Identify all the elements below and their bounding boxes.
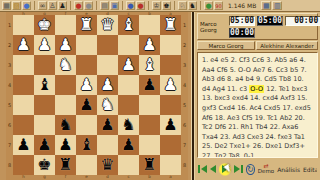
square-f2[interactable]: ♟ [55,35,76,55]
glasses-icon[interactable]: ∞ [38,1,47,10]
piece-white-pawn[interactable]: ♟ [97,75,118,95]
file-labels-bottom: hgfedcba [6,175,188,180]
piece-white-rook[interactable]: ♜ [160,15,181,35]
square-b2[interactable]: ♟ [139,35,160,55]
current-move-highlight[interactable]: O-O [249,85,264,93]
demo-label: Demo [258,169,274,175]
globe-icon[interactable]: ● [22,1,31,10]
back-button[interactable] [210,165,216,173]
coordinate-label: h [13,175,34,180]
coordinate-label: 5 [181,95,188,115]
coordinate-label: e [76,175,97,180]
square-a5[interactable] [160,95,181,115]
piece-black-pawn[interactable]: ♟ [139,75,160,95]
piece-black-king[interactable]: ♚ [34,155,55,175]
square-g8[interactable]: ♚ [34,155,55,175]
white-player-bar[interactable]: Marco Georg [197,41,255,50]
square-a2[interactable] [160,35,181,55]
square-d1[interactable]: ♛ [97,15,118,35]
clock-90-icon[interactable]: 90 [214,1,223,10]
toolbar-icons: ▦▨●∞♙♟●●▤▣●●♔♚♘♞●90 [2,1,223,10]
green-ball-icon[interactable]: ● [204,1,213,10]
toolbar-separator [174,1,175,10]
square-f5[interactable] [55,95,76,115]
piece-black-pawn[interactable]: ♟ [97,115,118,135]
piece-white-bishop[interactable]: ♝ [139,55,160,75]
square-e2[interactable] [76,35,97,55]
coordinate-label: 4 [6,75,13,95]
toolbar-separator [200,1,201,10]
piece-white-pawn[interactable]: ♟ [13,35,34,55]
arrange-windows-icon[interactable]: ▥ [272,1,282,10]
square-h3[interactable] [13,55,34,75]
piece-black-pawn[interactable]: ♟ [118,135,139,155]
coordinate-label: b [139,175,160,180]
piece-white-rook[interactable]: ♜ [76,15,97,35]
game-panel: Marco Georg 05:00 05:00 Alekhine Alexand… [195,12,320,180]
piece-white-pawn[interactable]: ♟ [118,55,139,75]
square-b3[interactable]: ♝ [139,55,160,75]
coordinate-label: 8 [6,155,13,175]
square-g6[interactable] [34,115,55,135]
new-board-icon[interactable]: ▦ [2,1,11,10]
piece-black-rook[interactable]: ♜ [55,155,76,175]
square-f3[interactable]: ♞ [55,55,76,75]
square-f8[interactable]: ♜ [55,155,76,175]
coordinate-label: d [97,175,118,180]
toolbar-separator [70,1,71,10]
demo-button[interactable]: ⇄ Demo [258,163,274,175]
memory-indicator: 1.146 MB [228,2,256,9]
coordinate-label: 2 [6,35,13,55]
square-d2[interactable] [97,35,118,55]
white-name-line2: Georg [200,27,227,33]
square-h7[interactable]: ♟ [13,135,34,155]
coordinate-label: 1 [181,15,188,35]
square-c5[interactable] [118,95,139,115]
square-e1[interactable]: ♜ [76,15,97,35]
engine-monitor-icon[interactable]: ▣ [110,1,119,10]
square-g5[interactable] [34,95,55,115]
square-e5[interactable]: ♟ [76,95,97,115]
coordinate-label: 2 [181,35,188,55]
square-c7[interactable]: ♟ [118,135,139,155]
red-ball-icon[interactable]: ● [74,1,83,10]
tile-windows-icon[interactable]: ▦ [261,1,271,10]
square-h1[interactable] [13,15,34,35]
jump-to-start-button[interactable] [198,165,207,173]
square-h5[interactable] [13,95,34,115]
move-notation-panel[interactable]: 1. e4 e5 2. Cf3 Cc6 3. Ab5 a6 4. Aa4 Cf6… [197,52,318,158]
black-player-icon[interactable]: ♟ [58,1,67,10]
coordinate-label: 3 [6,55,13,75]
square-e8[interactable] [76,155,97,175]
square-d7[interactable] [97,135,118,155]
analysis-button[interactable]: Análisis [277,166,300,173]
square-h2[interactable]: ♟ [13,35,34,55]
coordinate-label: c [118,175,139,180]
square-d4[interactable]: ♟ [97,75,118,95]
square-c1[interactable]: ♝ [118,15,139,35]
square-g7[interactable]: ♟ [34,135,55,155]
open-database-icon[interactable]: ▨ [12,1,21,10]
white-clock-secondary: 00:00 [285,16,320,26]
coordinate-label: 8 [181,155,188,175]
main-toolbar: ▦▨●∞♙♟●●▤▣●●♔♚♘♞●90 1.146 MB ▦▥ [0,0,320,12]
player-name-bars: Marco Georg Alekhine Alexander [197,41,318,50]
square-a7[interactable] [160,135,181,155]
square-h6[interactable] [13,115,34,135]
square-b6[interactable] [139,115,160,135]
piece-black-pawn[interactable]: ♟ [55,135,76,155]
piece-black-pawn[interactable]: ♟ [76,95,97,115]
square-a6[interactable]: ♟ [160,115,181,135]
chess-app-window: ▦▨●∞♙♟●●▤▣●●♔♚♘♞●90 1.146 MB ▦▥ hgfedcba… [0,0,320,180]
piece-white-knight[interactable]: ♞ [55,55,76,75]
square-g1[interactable]: ♚ [34,15,55,35]
toolbar-separator [122,1,123,10]
playback-controls: ↻ ⇄ Demo Análisis Editar [197,159,318,179]
white-clock-main: 05:00 [229,16,255,26]
square-g2[interactable]: ♟ [34,35,55,55]
piece-black-rook[interactable]: ♜ [139,155,160,175]
square-a8[interactable] [160,155,181,175]
coordinate-label: a [160,175,181,180]
piece-black-bishop[interactable]: ♝ [76,135,97,155]
gray-ball-icon[interactable]: ● [84,1,93,10]
autoplay-button[interactable]: ↻ [246,164,255,175]
red-ball2-icon[interactable]: ● [136,1,145,10]
knight-black-icon[interactable]: ♞ [188,1,197,10]
square-g3[interactable] [34,55,55,75]
piece-white-pawn[interactable]: ♟ [139,35,160,55]
edit-button[interactable]: Editar [303,166,317,173]
board-area: hgfedcba 12345678 ♚♜♛♝♜♟♟♟♟♞♟♝♝♟♟♟♟♟♞♞♟♞… [0,12,191,180]
black-trainer-icon[interactable]: ♚ [162,1,171,10]
coordinate-label: 5 [6,95,13,115]
coordinate-label: 7 [181,135,188,155]
square-e3[interactable] [76,55,97,75]
coordinate-label: 1 [6,15,13,35]
toolbar-separator [148,1,149,10]
coordinate-label: 4 [181,75,188,95]
clock-panel: Marco Georg 05:00 05:00 Alekhine Alexand… [197,13,318,40]
square-a4[interactable]: ♟ [160,75,181,95]
square-h8[interactable] [13,155,34,175]
square-b5[interactable] [139,95,160,115]
piece-white-bishop[interactable]: ♝ [118,15,139,35]
square-b4[interactable]: ♟ [139,75,160,95]
square-d6[interactable]: ♟ [97,115,118,135]
square-e4[interactable]: ♟ [76,75,97,95]
square-b8[interactable]: ♜ [139,155,160,175]
square-c2[interactable] [118,35,139,55]
piece-white-pawn[interactable]: ♟ [76,75,97,95]
square-f6[interactable]: ♞ [55,115,76,135]
start-icon [201,165,207,173]
board-setup-icon[interactable]: ▤ [100,1,109,10]
rank-labels-right: 12345678 [181,15,188,175]
forward-button[interactable] [219,162,231,177]
square-c4[interactable] [118,75,139,95]
square-e6[interactable] [76,115,97,135]
coordinate-label: 3 [181,55,188,75]
toolbar-separator [34,1,35,10]
board-frame: hgfedcba 12345678 ♚♜♛♝♜♟♟♟♟♞♟♝♝♟♟♟♟♟♞♞♟♞… [6,12,188,180]
square-d5[interactable]: ♞ [97,95,118,115]
black-clock-secondary: 00:00 [229,28,255,38]
square-a1[interactable]: ♜ [160,15,181,35]
square-b7[interactable] [139,135,160,155]
coordinate-label: 6 [181,115,188,135]
jump-to-end-button[interactable] [234,165,243,173]
piece-black-knight[interactable]: ♞ [55,115,76,135]
square-g4[interactable]: ♝ [34,75,55,95]
back-icon [210,165,216,173]
coordinate-label: g [34,175,55,180]
square-b1[interactable] [139,15,160,35]
square-h4[interactable] [13,75,34,95]
white-player-icon[interactable]: ♙ [48,1,57,10]
square-d8[interactable]: ♛ [97,155,118,175]
window-layout-icons: ▦▥ [261,1,282,10]
coordinate-label: f [55,175,76,180]
blue-ball-icon[interactable]: ● [126,1,135,10]
piece-white-pawn[interactable]: ♟ [160,75,181,95]
piece-white-king[interactable]: ♚ [34,15,55,35]
piece-white-knight[interactable]: ♞ [97,95,118,115]
coordinate-label: 7 [6,135,13,155]
square-c8[interactable] [118,155,139,175]
black-clock-main: 05:00 [257,16,283,26]
piece-white-pawn[interactable]: ♟ [55,35,76,55]
piece-black-pawn[interactable]: ♟ [160,115,181,135]
rank-labels-left: 12345678 [6,15,13,175]
square-a3[interactable] [160,55,181,75]
square-f1[interactable] [55,15,76,35]
toolbar-separator [96,1,97,10]
square-c6[interactable]: ♞ [118,115,139,135]
square-f7[interactable]: ♟ [55,135,76,155]
chess-board[interactable]: ♚♜♛♝♜♟♟♟♟♞♟♝♝♟♟♟♟♟♞♞♟♞♟♟♟♟♝♟♚♜♛♜ [13,15,181,175]
piece-black-pawn[interactable]: ♟ [13,135,34,155]
piece-black-pawn[interactable]: ♟ [34,135,55,155]
piece-black-queen[interactable]: ♛ [97,155,118,175]
piece-black-bishop[interactable]: ♝ [34,75,55,95]
piece-black-knight[interactable]: ♞ [118,115,139,135]
piece-white-queen[interactable]: ♛ [97,15,118,35]
move-text[interactable]: 12. Te1 bxc3 13. bxc3 exd4 14. cxd4 Axf3… [202,85,311,158]
knight-white-icon[interactable]: ♘ [178,1,187,10]
coordinate-label: 6 [6,115,13,135]
black-player-bar[interactable]: Alekhine Alexander [256,41,318,50]
square-e7[interactable]: ♝ [76,135,97,155]
square-d3[interactable] [97,55,118,75]
white-trainer-icon[interactable]: ♔ [152,1,161,10]
square-f4[interactable] [55,75,76,95]
square-c3[interactable]: ♟ [118,55,139,75]
end-icon [234,165,240,173]
white-player-name-clock: Marco Georg [200,16,227,38]
piece-white-pawn[interactable]: ♟ [34,35,55,55]
